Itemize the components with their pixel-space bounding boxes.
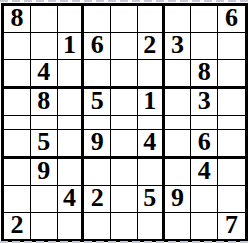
cell-r8c6[interactable]: 5 bbox=[138, 186, 165, 213]
cell-r6c4[interactable]: 9 bbox=[84, 130, 111, 159]
cell-r5c5[interactable] bbox=[111, 116, 138, 130]
cell-r1c2[interactable] bbox=[31, 6, 58, 33]
cell-r2c1[interactable] bbox=[4, 33, 31, 60]
given-digit: 4 bbox=[63, 185, 76, 211]
cell-r9c8[interactable] bbox=[191, 213, 218, 239]
cell-r2c3[interactable]: 1 bbox=[58, 33, 85, 60]
cell-r9c6[interactable] bbox=[138, 213, 165, 239]
scan-artifact-line-top bbox=[0, 0, 249, 2]
cell-r9c2[interactable] bbox=[31, 213, 58, 239]
cell-r1c4[interactable] bbox=[84, 6, 111, 33]
cell-r4c7[interactable] bbox=[165, 89, 192, 116]
cell-r9c3[interactable] bbox=[58, 213, 85, 239]
cell-r4c9[interactable] bbox=[218, 89, 245, 116]
cell-r4c1[interactable] bbox=[4, 89, 31, 116]
cell-r8c8[interactable] bbox=[191, 186, 218, 213]
cell-r9c7[interactable] bbox=[165, 213, 192, 239]
cell-r7c3[interactable] bbox=[58, 159, 85, 186]
cell-r9c5[interactable] bbox=[111, 213, 138, 239]
sudoku-board: 861623488513594694425927 bbox=[1, 3, 248, 242]
cell-r3c7[interactable] bbox=[165, 60, 192, 89]
cell-r6c3[interactable] bbox=[58, 130, 85, 159]
given-digit: 8 bbox=[198, 59, 211, 85]
given-digit: 6 bbox=[91, 32, 104, 58]
cell-r7c6[interactable] bbox=[138, 159, 165, 186]
given-digit: 4 bbox=[198, 158, 211, 184]
cell-r7c9[interactable] bbox=[218, 159, 245, 186]
given-digit: 3 bbox=[171, 32, 184, 58]
cell-r7c5[interactable] bbox=[111, 159, 138, 186]
cell-r4c2[interactable]: 8 bbox=[31, 89, 58, 116]
cell-r1c8[interactable] bbox=[191, 6, 218, 33]
cell-r7c1[interactable] bbox=[4, 159, 31, 186]
given-digit: 2 bbox=[143, 32, 156, 58]
cell-r2c6[interactable]: 2 bbox=[138, 33, 165, 60]
cell-r2c4[interactable]: 6 bbox=[84, 33, 111, 60]
cell-r6c5[interactable] bbox=[111, 130, 138, 159]
cell-r3c3[interactable] bbox=[58, 60, 85, 89]
given-digit: 5 bbox=[143, 185, 156, 211]
given-digit: 4 bbox=[37, 59, 50, 85]
cell-r2c5[interactable] bbox=[111, 33, 138, 60]
cell-r6c6[interactable]: 4 bbox=[138, 130, 165, 159]
given-digit: 7 bbox=[225, 212, 238, 238]
given-digit: 2 bbox=[91, 185, 104, 211]
cell-r4c6[interactable]: 1 bbox=[138, 89, 165, 116]
cell-r9c1[interactable]: 2 bbox=[4, 213, 31, 239]
given-digit: 8 bbox=[37, 88, 50, 114]
given-digit: 9 bbox=[91, 129, 104, 155]
cell-r3c6[interactable] bbox=[138, 60, 165, 89]
cell-r4c8[interactable]: 3 bbox=[191, 89, 218, 116]
given-digit: 6 bbox=[198, 129, 211, 155]
cell-r1c3[interactable] bbox=[58, 6, 85, 33]
given-digit: 8 bbox=[10, 5, 23, 31]
cell-r4c5[interactable] bbox=[111, 89, 138, 116]
cell-r8c5[interactable] bbox=[111, 186, 138, 213]
cell-r1c5[interactable] bbox=[111, 6, 138, 33]
cell-r6c1[interactable] bbox=[4, 130, 31, 159]
sudoku-puzzle: 861623488513594694425927 bbox=[0, 0, 249, 243]
cell-r8c7[interactable]: 9 bbox=[165, 186, 192, 213]
cell-r5c1[interactable] bbox=[4, 116, 31, 130]
given-digit: 3 bbox=[198, 88, 211, 114]
cell-r3c2[interactable]: 4 bbox=[31, 60, 58, 89]
given-digit: 1 bbox=[143, 88, 156, 114]
cell-r1c7[interactable] bbox=[165, 6, 192, 33]
cell-r2c8[interactable] bbox=[191, 33, 218, 60]
cell-r6c9[interactable] bbox=[218, 130, 245, 159]
cell-r3c8[interactable]: 8 bbox=[191, 60, 218, 89]
cell-r6c8[interactable]: 6 bbox=[191, 130, 218, 159]
cell-r7c2[interactable]: 9 bbox=[31, 159, 58, 186]
cell-r1c1[interactable]: 8 bbox=[4, 6, 31, 33]
cell-r5c3[interactable] bbox=[58, 116, 85, 130]
cell-r9c4[interactable] bbox=[84, 213, 111, 239]
given-digit: 1 bbox=[63, 32, 76, 58]
given-digit: 9 bbox=[171, 185, 184, 211]
given-digit: 5 bbox=[37, 129, 50, 155]
cell-r7c4[interactable] bbox=[84, 159, 111, 186]
cell-r9c9[interactable]: 7 bbox=[218, 213, 245, 239]
cell-r5c9[interactable] bbox=[218, 116, 245, 130]
cell-r4c4[interactable]: 5 bbox=[84, 89, 111, 116]
cell-r2c7[interactable]: 3 bbox=[165, 33, 192, 60]
cell-r4c3[interactable] bbox=[58, 89, 85, 116]
cell-r2c9[interactable] bbox=[218, 33, 245, 60]
cell-r8c9[interactable] bbox=[218, 186, 245, 213]
cell-r8c1[interactable] bbox=[4, 186, 31, 213]
cell-r3c5[interactable] bbox=[111, 60, 138, 89]
cell-r3c4[interactable] bbox=[84, 60, 111, 89]
cell-r7c8[interactable]: 4 bbox=[191, 159, 218, 186]
cell-r1c6[interactable] bbox=[138, 6, 165, 33]
cell-r8c4[interactable]: 2 bbox=[84, 186, 111, 213]
given-digit: 9 bbox=[37, 158, 50, 184]
given-digit: 5 bbox=[91, 88, 104, 114]
cell-r8c3[interactable]: 4 bbox=[58, 186, 85, 213]
cell-r8c2[interactable] bbox=[31, 186, 58, 213]
given-digit: 2 bbox=[10, 212, 23, 238]
given-digit: 6 bbox=[225, 5, 238, 31]
cell-r1c9[interactable]: 6 bbox=[218, 6, 245, 33]
cell-r6c2[interactable]: 5 bbox=[31, 130, 58, 159]
cell-r7c7[interactable] bbox=[165, 159, 192, 186]
cell-r3c9[interactable] bbox=[218, 60, 245, 89]
cell-r3c1[interactable] bbox=[4, 60, 31, 89]
given-digit: 4 bbox=[143, 129, 156, 155]
cell-r2c2[interactable] bbox=[31, 33, 58, 60]
cell-r5c7[interactable] bbox=[165, 116, 192, 130]
cell-r6c7[interactable] bbox=[165, 130, 192, 159]
